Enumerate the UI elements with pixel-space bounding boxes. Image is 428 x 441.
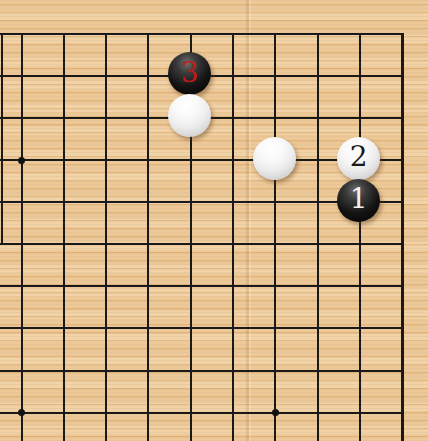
grid-line-v-18 xyxy=(359,33,361,441)
grid-line-v-13 xyxy=(147,33,149,441)
stone-white-O17[interactable] xyxy=(168,94,211,137)
grid-line-v-11 xyxy=(63,33,65,441)
stone-move-number: 1 xyxy=(350,185,368,213)
crop-edge-line xyxy=(1,33,3,246)
stone-white-Q16[interactable] xyxy=(253,137,296,180)
grid-line-h-6 xyxy=(0,243,404,245)
grid-line-h-7 xyxy=(0,285,404,287)
grid-line-h-1 xyxy=(0,33,404,35)
stone-black-O18[interactable]: 3 xyxy=(168,52,211,95)
stone-white-S16[interactable]: 2 xyxy=(337,137,380,180)
stone-move-number: 2 xyxy=(350,143,368,171)
board-wood[interactable]: 321 xyxy=(0,0,428,441)
grid-line-h-9 xyxy=(0,370,404,372)
grid-line-v-12 xyxy=(105,33,107,441)
board-right-edge-line xyxy=(401,33,404,441)
grid-line-v-16 xyxy=(274,33,276,441)
star-point xyxy=(18,409,25,416)
grid-line-v-17 xyxy=(317,33,319,441)
grid-line-h-10 xyxy=(0,412,404,414)
grid-line-v-15 xyxy=(232,33,234,441)
grid-line-h-8 xyxy=(0,327,404,329)
stone-move-number: 3 xyxy=(181,59,199,87)
go-board-screenshot: 321 xyxy=(0,0,428,441)
grid-line-v-10 xyxy=(21,33,23,441)
star-point xyxy=(18,157,25,164)
stone-black-S15[interactable]: 1 xyxy=(337,179,380,222)
star-point xyxy=(272,409,279,416)
